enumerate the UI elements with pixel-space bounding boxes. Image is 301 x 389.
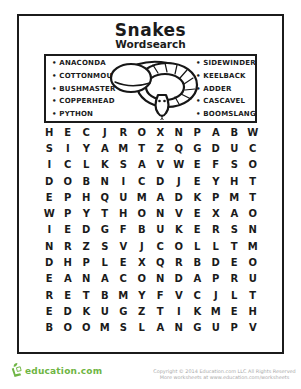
- grid-cell: Z: [133, 303, 152, 319]
- grid-cell: A: [96, 140, 115, 156]
- grid-cell: J: [170, 173, 189, 189]
- grid-cell: S: [96, 238, 115, 254]
- word-list-box: ANACONDACOTTONMOUTHBUSHMASTERCOPPERHEADP…: [44, 54, 257, 123]
- puzzle-border-box: Snakes Wordsearch ANACONDACOTTONMOUTHBUS…: [17, 14, 284, 354]
- grid-cell: M: [114, 140, 133, 156]
- grid-cell: N: [170, 124, 189, 140]
- grid-cell: P: [59, 189, 78, 205]
- grid-cell: E: [40, 271, 59, 287]
- grid-cell: O: [59, 173, 78, 189]
- grid-cell: B: [40, 320, 59, 336]
- grid-cell: L: [133, 320, 152, 336]
- grid-cell: D: [40, 254, 59, 270]
- grid-cell: H: [244, 303, 263, 319]
- grid-cell: D: [207, 140, 226, 156]
- grid-cell: A: [96, 271, 115, 287]
- grid-cell: U: [244, 271, 263, 287]
- grid-cell: O: [133, 206, 152, 222]
- grid-cell: L: [77, 157, 96, 173]
- grid-cell: K: [170, 222, 189, 238]
- grid-cell: V: [114, 238, 133, 254]
- grid-cell: O: [244, 254, 263, 270]
- word-list-item: BOOMSLANG: [196, 110, 256, 118]
- grid-cell: L: [188, 238, 207, 254]
- copyright-notice: Copyright © 2014 Education.com LLC All R…: [154, 368, 296, 381]
- grid-cell: L: [225, 287, 244, 303]
- grid-cell: N: [40, 238, 59, 254]
- copyright-line2: More worksheets at www.education.com/wor…: [154, 375, 296, 382]
- grid-cell: J: [96, 124, 115, 140]
- grid-cell: L: [96, 254, 115, 270]
- grid-cell: S: [225, 157, 244, 173]
- grid-cell: E: [40, 189, 59, 205]
- grid-cell: T: [96, 206, 115, 222]
- grid-cell: U: [151, 222, 170, 238]
- grid-cell: R: [114, 124, 133, 140]
- wordsearch-grid: HECJROXNPABWSIYAMTZQGDUCICLKSAVWEFSODOBN…: [40, 124, 262, 336]
- grid-cell: N: [244, 222, 263, 238]
- grid-cell: R: [225, 271, 244, 287]
- grid-cell: O: [244, 157, 263, 173]
- grid-cell: U: [207, 320, 226, 336]
- grid-cell: A: [225, 206, 244, 222]
- grid-cell: V: [170, 287, 189, 303]
- word-list-item: CASCAVEL: [196, 97, 256, 105]
- grid-cell: E: [59, 222, 78, 238]
- grid-cell: A: [151, 189, 170, 205]
- grid-cell: A: [188, 271, 207, 287]
- grid-cell: D: [40, 173, 59, 189]
- grid-cell: V: [151, 157, 170, 173]
- grid-cell: I: [170, 303, 189, 319]
- grid-cell: E: [225, 254, 244, 270]
- grid-cell: B: [77, 173, 96, 189]
- education-logo-icon: [8, 362, 23, 380]
- grid-cell: O: [133, 124, 152, 140]
- grid-cell: I: [40, 157, 59, 173]
- grid-cell: A: [207, 124, 226, 140]
- grid-cell: T: [244, 189, 263, 205]
- grid-cell: C: [77, 124, 96, 140]
- grid-cell: Z: [77, 238, 96, 254]
- grid-cell: S: [40, 140, 59, 156]
- word-list-right: SIDEWINDERKEELBACKADDERCASCAVELBOOMSLANG: [196, 59, 256, 118]
- grid-cell: C: [151, 238, 170, 254]
- grid-cell: Q: [96, 189, 115, 205]
- grid-cell: M: [244, 238, 263, 254]
- education-logo-text: education.com: [25, 366, 102, 376]
- grid-cell: Z: [151, 140, 170, 156]
- grid-cell: A: [59, 271, 78, 287]
- grid-cell: K: [96, 157, 115, 173]
- grid-cell: I: [114, 173, 133, 189]
- grid-cell: U: [96, 303, 115, 319]
- grid-cell: H: [77, 189, 96, 205]
- grid-cell: L: [207, 238, 226, 254]
- grid-cell: E: [188, 206, 207, 222]
- grid-cell: Q: [151, 254, 170, 270]
- grid-cell: K: [77, 303, 96, 319]
- grid-cell: E: [59, 287, 78, 303]
- grid-cell: V: [244, 320, 263, 336]
- grid-cell: M: [207, 303, 226, 319]
- grid-cell: D: [77, 222, 96, 238]
- grid-cell: R: [170, 254, 189, 270]
- grid-cell: G: [114, 303, 133, 319]
- grid-cell: I: [40, 222, 59, 238]
- grid-cell: O: [244, 206, 263, 222]
- grid-cell: P: [207, 189, 226, 205]
- grid-cell: K: [188, 303, 207, 319]
- grid-cell: X: [133, 254, 152, 270]
- grid-cell: M: [225, 189, 244, 205]
- grid-cell: F: [207, 157, 226, 173]
- grid-cell: W: [40, 206, 59, 222]
- grid-cell: D: [59, 303, 78, 319]
- grid-cell: G: [188, 320, 207, 336]
- worksheet-page: Snakes Wordsearch ANACONDACOTTONMOUTHBUS…: [0, 0, 301, 389]
- grid-cell: E: [40, 303, 59, 319]
- grid-cell: E: [59, 124, 78, 140]
- grid-cell: T: [244, 173, 263, 189]
- grid-cell: C: [114, 271, 133, 287]
- grid-cell: R: [207, 222, 226, 238]
- grid-cell: T: [225, 238, 244, 254]
- grid-cell: H: [40, 124, 59, 140]
- grid-cell: N: [77, 271, 96, 287]
- grid-cell: B: [225, 124, 244, 140]
- grid-cell: E: [188, 173, 207, 189]
- grid-cell: B: [188, 254, 207, 270]
- grid-cell: D: [170, 189, 189, 205]
- grid-cell: C: [244, 140, 263, 156]
- grid-cell: C: [188, 287, 207, 303]
- grid-cell: Q: [170, 140, 189, 156]
- grid-cell: V: [170, 206, 189, 222]
- grid-cell: F: [151, 287, 170, 303]
- grid-cell: H: [59, 254, 78, 270]
- grid-cell: O: [170, 238, 189, 254]
- grid-cell: A: [151, 320, 170, 336]
- grid-cell: T: [151, 303, 170, 319]
- grid-cell: E: [188, 222, 207, 238]
- grid-cell: S: [114, 157, 133, 173]
- grid-cell: H: [114, 206, 133, 222]
- word-list-item: ADDER: [196, 85, 256, 93]
- grid-cell: P: [188, 124, 207, 140]
- grid-cell: Y: [207, 173, 226, 189]
- grid-cell: O: [77, 320, 96, 336]
- grid-cell: C: [59, 157, 78, 173]
- snake-illustration-icon: [109, 56, 201, 120]
- grid-cell: U: [225, 140, 244, 156]
- grid-cell: G: [188, 140, 207, 156]
- grid-cell: W: [244, 124, 263, 140]
- grid-cell: C: [133, 173, 152, 189]
- grid-cell: O: [59, 320, 78, 336]
- grid-cell: K: [188, 189, 207, 205]
- grid-cell: H: [225, 173, 244, 189]
- grid-cell: I: [59, 140, 78, 156]
- grid-cell: X: [151, 124, 170, 140]
- grid-cell: S: [225, 222, 244, 238]
- grid-cell: S: [114, 320, 133, 336]
- grid-cell: Y: [133, 287, 152, 303]
- grid-cell: E: [114, 254, 133, 270]
- grid-cell: B: [96, 287, 115, 303]
- grid-cell: M: [133, 189, 152, 205]
- grid-cell: F: [114, 222, 133, 238]
- grid-cell: J: [133, 238, 152, 254]
- grid-cell: T: [133, 140, 152, 156]
- page-subtitle: Wordsearch: [19, 39, 282, 50]
- grid-cell: R: [59, 238, 78, 254]
- word-list-item: SIDEWINDER: [196, 59, 256, 67]
- grid-cell: T: [244, 287, 263, 303]
- grid-cell: A: [133, 157, 152, 173]
- grid-cell: D: [207, 254, 226, 270]
- grid-cell: P: [207, 271, 226, 287]
- grid-cell: M: [114, 287, 133, 303]
- grid-cell: Y: [77, 140, 96, 156]
- grid-cell: D: [151, 173, 170, 189]
- grid-cell: T: [77, 287, 96, 303]
- education-logo: education.com: [8, 362, 102, 380]
- grid-cell: E: [225, 303, 244, 319]
- grid-cell: P: [225, 320, 244, 336]
- grid-cell: W: [170, 157, 189, 173]
- grid-cell: E: [188, 157, 207, 173]
- grid-cell: P: [77, 254, 96, 270]
- grid-cell: O: [133, 271, 152, 287]
- word-list-item: KEELBACK: [196, 72, 256, 80]
- grid-cell: N: [96, 173, 115, 189]
- grid-cell: D: [170, 271, 189, 287]
- grid-cell: N: [170, 320, 189, 336]
- grid-cell: N: [151, 271, 170, 287]
- grid-cell: U: [114, 189, 133, 205]
- page-title: Snakes: [19, 21, 282, 39]
- grid-cell: N: [151, 206, 170, 222]
- grid-cell: X: [207, 206, 226, 222]
- grid-cell: M: [96, 320, 115, 336]
- grid-cell: G: [96, 222, 115, 238]
- grid-cell: Y: [77, 206, 96, 222]
- grid-cell: R: [40, 287, 59, 303]
- grid-cell: P: [59, 206, 78, 222]
- grid-cell: J: [207, 287, 226, 303]
- grid-cell: B: [133, 222, 152, 238]
